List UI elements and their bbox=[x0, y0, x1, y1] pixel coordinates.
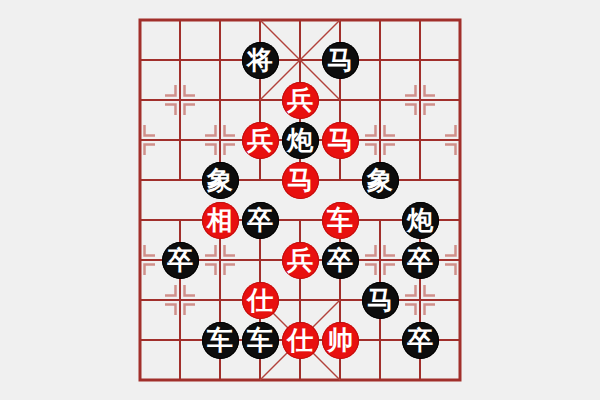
point-7-5[interactable]: 炮 bbox=[400, 200, 440, 240]
point-3-2[interactable] bbox=[240, 80, 280, 120]
red-piece[interactable]: 帅 bbox=[322, 322, 359, 359]
point-4-0[interactable] bbox=[280, 0, 320, 40]
point-8-3[interactable] bbox=[440, 120, 480, 160]
black-piece[interactable]: 象 bbox=[362, 162, 399, 199]
point-0-9[interactable] bbox=[120, 360, 160, 400]
black-piece[interactable]: 卒 bbox=[322, 242, 359, 279]
black-piece[interactable]: 马 bbox=[322, 42, 359, 79]
point-4-6[interactable]: 兵 bbox=[280, 240, 320, 280]
point-0-5[interactable] bbox=[120, 200, 160, 240]
point-2-1[interactable] bbox=[200, 40, 240, 80]
point-2-2[interactable] bbox=[200, 80, 240, 120]
red-piece[interactable]: 马 bbox=[282, 162, 319, 199]
point-2-4[interactable]: 象 bbox=[200, 160, 240, 200]
point-0-3[interactable] bbox=[120, 120, 160, 160]
point-8-1[interactable] bbox=[440, 40, 480, 80]
point-0-6[interactable] bbox=[120, 240, 160, 280]
point-2-5[interactable]: 相 bbox=[200, 200, 240, 240]
point-7-6[interactable]: 卒 bbox=[400, 240, 440, 280]
point-0-0[interactable] bbox=[120, 0, 160, 40]
point-2-0[interactable] bbox=[200, 0, 240, 40]
black-piece[interactable]: 卒 bbox=[402, 242, 439, 279]
black-piece[interactable]: 车 bbox=[242, 322, 279, 359]
point-4-9[interactable] bbox=[280, 360, 320, 400]
point-5-0[interactable] bbox=[320, 0, 360, 40]
black-piece[interactable]: 马 bbox=[362, 282, 399, 319]
point-0-1[interactable] bbox=[120, 40, 160, 80]
point-6-1[interactable] bbox=[360, 40, 400, 80]
point-7-8[interactable]: 卒 bbox=[400, 320, 440, 360]
point-0-7[interactable] bbox=[120, 280, 160, 320]
red-piece[interactable]: 相 bbox=[202, 202, 239, 239]
point-6-9[interactable] bbox=[360, 360, 400, 400]
point-3-7[interactable]: 仕 bbox=[240, 280, 280, 320]
point-5-6[interactable]: 卒 bbox=[320, 240, 360, 280]
point-6-3[interactable] bbox=[360, 120, 400, 160]
point-1-9[interactable] bbox=[160, 360, 200, 400]
point-1-7[interactable] bbox=[160, 280, 200, 320]
point-5-1[interactable]: 马 bbox=[320, 40, 360, 80]
point-8-2[interactable] bbox=[440, 80, 480, 120]
point-3-8[interactable]: 车 bbox=[240, 320, 280, 360]
point-8-5[interactable] bbox=[440, 200, 480, 240]
point-3-9[interactable] bbox=[240, 360, 280, 400]
black-piece[interactable]: 炮 bbox=[282, 122, 319, 159]
point-7-4[interactable] bbox=[400, 160, 440, 200]
point-3-4[interactable] bbox=[240, 160, 280, 200]
point-1-6[interactable]: 卒 bbox=[160, 240, 200, 280]
point-8-7[interactable] bbox=[440, 280, 480, 320]
black-piece[interactable]: 卒 bbox=[242, 202, 279, 239]
red-piece[interactable]: 马 bbox=[322, 122, 359, 159]
point-4-4[interactable]: 马 bbox=[280, 160, 320, 200]
point-8-8[interactable] bbox=[440, 320, 480, 360]
black-piece[interactable]: 象 bbox=[202, 162, 239, 199]
point-4-8[interactable]: 仕 bbox=[280, 320, 320, 360]
point-3-6[interactable] bbox=[240, 240, 280, 280]
point-3-5[interactable]: 卒 bbox=[240, 200, 280, 240]
red-piece[interactable]: 兵 bbox=[282, 242, 319, 279]
red-piece[interactable]: 仕 bbox=[282, 322, 319, 359]
red-piece[interactable]: 仕 bbox=[242, 282, 279, 319]
point-1-2[interactable] bbox=[160, 80, 200, 120]
point-4-7[interactable] bbox=[280, 280, 320, 320]
point-4-2[interactable]: 兵 bbox=[280, 80, 320, 120]
point-2-9[interactable] bbox=[200, 360, 240, 400]
point-7-1[interactable] bbox=[400, 40, 440, 80]
point-6-7[interactable]: 马 bbox=[360, 280, 400, 320]
point-1-0[interactable] bbox=[160, 0, 200, 40]
point-5-5[interactable]: 车 bbox=[320, 200, 360, 240]
red-piece[interactable]: 兵 bbox=[242, 122, 279, 159]
black-piece[interactable]: 车 bbox=[202, 322, 239, 359]
red-piece[interactable]: 兵 bbox=[282, 82, 319, 119]
point-6-8[interactable] bbox=[360, 320, 400, 360]
red-piece[interactable]: 车 bbox=[322, 202, 359, 239]
black-piece[interactable]: 卒 bbox=[162, 242, 199, 279]
point-4-5[interactable] bbox=[280, 200, 320, 240]
point-5-8[interactable]: 帅 bbox=[320, 320, 360, 360]
point-1-8[interactable] bbox=[160, 320, 200, 360]
point-7-3[interactable] bbox=[400, 120, 440, 160]
point-7-7[interactable] bbox=[400, 280, 440, 320]
point-7-0[interactable] bbox=[400, 0, 440, 40]
point-0-8[interactable] bbox=[120, 320, 160, 360]
point-6-2[interactable] bbox=[360, 80, 400, 120]
point-5-7[interactable] bbox=[320, 280, 360, 320]
point-6-4[interactable]: 象 bbox=[360, 160, 400, 200]
point-0-4[interactable] bbox=[120, 160, 160, 200]
point-2-6[interactable] bbox=[200, 240, 240, 280]
point-1-3[interactable] bbox=[160, 120, 200, 160]
point-1-1[interactable] bbox=[160, 40, 200, 80]
point-1-5[interactable] bbox=[160, 200, 200, 240]
point-4-1[interactable] bbox=[280, 40, 320, 80]
black-piece[interactable]: 炮 bbox=[402, 202, 439, 239]
point-7-9[interactable] bbox=[400, 360, 440, 400]
point-2-7[interactable] bbox=[200, 280, 240, 320]
point-3-0[interactable] bbox=[240, 0, 280, 40]
point-6-5[interactable] bbox=[360, 200, 400, 240]
point-5-3[interactable]: 马 bbox=[320, 120, 360, 160]
board-points: 将马兵兵炮马象马象相卒车炮卒兵卒卒仕马车车仕帅卒 bbox=[120, 0, 480, 400]
point-3-3[interactable]: 兵 bbox=[240, 120, 280, 160]
point-8-9[interactable] bbox=[440, 360, 480, 400]
point-2-8[interactable]: 车 bbox=[200, 320, 240, 360]
point-0-2[interactable] bbox=[120, 80, 160, 120]
point-6-0[interactable] bbox=[360, 0, 400, 40]
black-piece[interactable]: 将 bbox=[242, 42, 279, 79]
point-5-4[interactable] bbox=[320, 160, 360, 200]
point-4-3[interactable]: 炮 bbox=[280, 120, 320, 160]
point-3-1[interactable]: 将 bbox=[240, 40, 280, 80]
point-1-4[interactable] bbox=[160, 160, 200, 200]
xiangqi-board: 将马兵兵炮马象马象相卒车炮卒兵卒卒仕马车车仕帅卒 bbox=[0, 0, 600, 400]
point-8-6[interactable] bbox=[440, 240, 480, 280]
point-8-4[interactable] bbox=[440, 160, 480, 200]
point-7-2[interactable] bbox=[400, 80, 440, 120]
point-6-6[interactable] bbox=[360, 240, 400, 280]
point-8-0[interactable] bbox=[440, 0, 480, 40]
point-5-9[interactable] bbox=[320, 360, 360, 400]
black-piece[interactable]: 卒 bbox=[402, 322, 439, 359]
point-2-3[interactable] bbox=[200, 120, 240, 160]
point-5-2[interactable] bbox=[320, 80, 360, 120]
